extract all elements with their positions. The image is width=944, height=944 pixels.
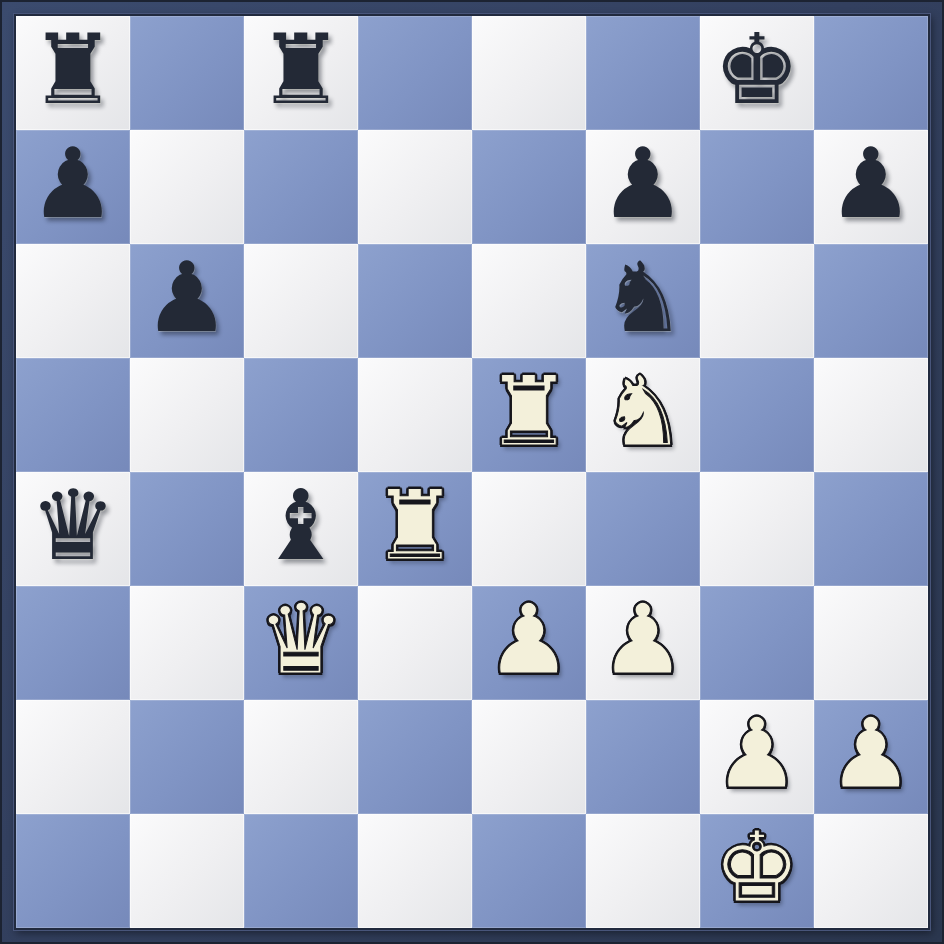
- square-g4[interactable]: [700, 472, 814, 586]
- square-f3[interactable]: ♟: [586, 586, 700, 700]
- square-a7[interactable]: ♟: [16, 130, 130, 244]
- square-b2[interactable]: [130, 700, 244, 814]
- square-f8[interactable]: [586, 16, 700, 130]
- square-f2[interactable]: [586, 700, 700, 814]
- square-e1[interactable]: [472, 814, 586, 928]
- square-b4[interactable]: [130, 472, 244, 586]
- square-c8[interactable]: ♜: [244, 16, 358, 130]
- square-d3[interactable]: [358, 586, 472, 700]
- square-h4[interactable]: [814, 472, 928, 586]
- square-c6[interactable]: [244, 244, 358, 358]
- square-g7[interactable]: [700, 130, 814, 244]
- square-a2[interactable]: [16, 700, 130, 814]
- square-a8[interactable]: ♜: [16, 16, 130, 130]
- square-e8[interactable]: [472, 16, 586, 130]
- square-a4[interactable]: ♛: [16, 472, 130, 586]
- square-g5[interactable]: [700, 358, 814, 472]
- board-frame: ♜♜♚♟♟♟♟♞♜♞♛♝♜♛♟♟♟♟♚: [0, 0, 944, 944]
- square-g8[interactable]: ♚: [700, 16, 814, 130]
- square-c2[interactable]: [244, 700, 358, 814]
- square-c7[interactable]: [244, 130, 358, 244]
- square-d2[interactable]: [358, 700, 472, 814]
- square-e4[interactable]: [472, 472, 586, 586]
- square-e2[interactable]: [472, 700, 586, 814]
- square-d7[interactable]: [358, 130, 472, 244]
- black-pawn: ♟: [144, 241, 231, 355]
- black-rook: ♜: [30, 13, 117, 127]
- square-g6[interactable]: [700, 244, 814, 358]
- square-g1[interactable]: ♚: [700, 814, 814, 928]
- black-pawn: ♟: [30, 127, 117, 241]
- white-pawn: ♟: [600, 583, 687, 697]
- white-knight: ♞: [600, 355, 687, 469]
- square-c1[interactable]: [244, 814, 358, 928]
- white-pawn: ♟: [486, 583, 573, 697]
- white-king: ♚: [714, 811, 801, 925]
- square-h6[interactable]: [814, 244, 928, 358]
- square-g2[interactable]: ♟: [700, 700, 814, 814]
- square-f1[interactable]: [586, 814, 700, 928]
- square-d1[interactable]: [358, 814, 472, 928]
- square-h7[interactable]: ♟: [814, 130, 928, 244]
- square-a5[interactable]: [16, 358, 130, 472]
- square-h2[interactable]: ♟: [814, 700, 928, 814]
- black-pawn: ♟: [600, 127, 687, 241]
- square-h1[interactable]: [814, 814, 928, 928]
- black-pawn: ♟: [828, 127, 915, 241]
- square-f5[interactable]: ♞: [586, 358, 700, 472]
- black-rook: ♜: [258, 13, 345, 127]
- square-b8[interactable]: [130, 16, 244, 130]
- square-e3[interactable]: ♟: [472, 586, 586, 700]
- square-f4[interactable]: [586, 472, 700, 586]
- square-d4[interactable]: ♜: [358, 472, 472, 586]
- square-b6[interactable]: ♟: [130, 244, 244, 358]
- square-a1[interactable]: [16, 814, 130, 928]
- black-bishop: ♝: [258, 469, 345, 583]
- square-d8[interactable]: [358, 16, 472, 130]
- square-d6[interactable]: [358, 244, 472, 358]
- square-e7[interactable]: [472, 130, 586, 244]
- white-rook: ♜: [486, 355, 573, 469]
- white-rook: ♜: [372, 469, 459, 583]
- black-queen: ♛: [30, 469, 117, 583]
- chess-board: ♜♜♚♟♟♟♟♞♜♞♛♝♜♛♟♟♟♟♚: [14, 14, 930, 930]
- square-f7[interactable]: ♟: [586, 130, 700, 244]
- square-b3[interactable]: [130, 586, 244, 700]
- square-g3[interactable]: [700, 586, 814, 700]
- square-c4[interactable]: ♝: [244, 472, 358, 586]
- square-a6[interactable]: [16, 244, 130, 358]
- square-d5[interactable]: [358, 358, 472, 472]
- square-b5[interactable]: [130, 358, 244, 472]
- square-e5[interactable]: ♜: [472, 358, 586, 472]
- square-h3[interactable]: [814, 586, 928, 700]
- square-e6[interactable]: [472, 244, 586, 358]
- black-knight: ♞: [600, 241, 687, 355]
- black-king: ♚: [714, 13, 801, 127]
- square-h5[interactable]: [814, 358, 928, 472]
- square-a3[interactable]: [16, 586, 130, 700]
- white-queen: ♛: [258, 583, 345, 697]
- square-h8[interactable]: [814, 16, 928, 130]
- white-pawn: ♟: [828, 697, 915, 811]
- square-c5[interactable]: [244, 358, 358, 472]
- square-f6[interactable]: ♞: [586, 244, 700, 358]
- white-pawn: ♟: [714, 697, 801, 811]
- square-c3[interactable]: ♛: [244, 586, 358, 700]
- square-b7[interactable]: [130, 130, 244, 244]
- square-b1[interactable]: [130, 814, 244, 928]
